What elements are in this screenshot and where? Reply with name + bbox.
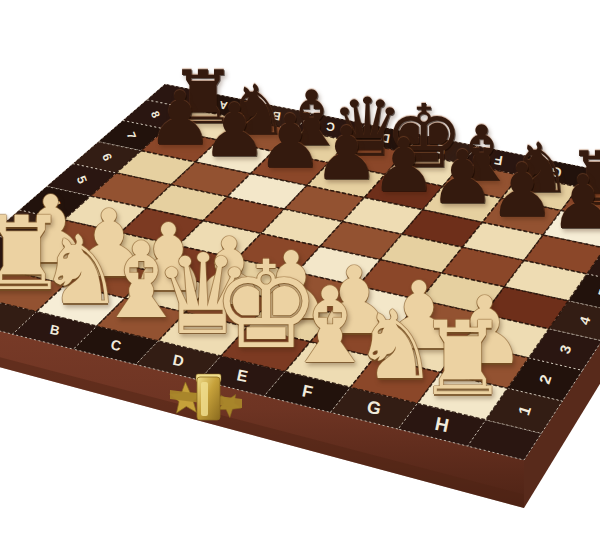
piece-black-pawn-f7[interactable]: ♟ — [429, 140, 495, 214]
piece-black-pawn-d7[interactable]: ♟ — [313, 116, 379, 190]
chess-set-photo: ABCDEFGABCDEFGH8765454321 ♜♞♝♛♚♝♞♜♟♟♟♟♟♟… — [0, 0, 600, 533]
clasp-highlight — [201, 382, 208, 416]
piece-white-rook-h1[interactable]: ♜ — [417, 308, 508, 410]
piece-black-pawn-e7[interactable]: ♟ — [371, 128, 437, 202]
clasp-hasp — [197, 377, 220, 420]
piece-black-pawn-h7[interactable]: ♟ — [550, 165, 600, 239]
piece-black-pawn-g7[interactable]: ♟ — [489, 153, 555, 227]
